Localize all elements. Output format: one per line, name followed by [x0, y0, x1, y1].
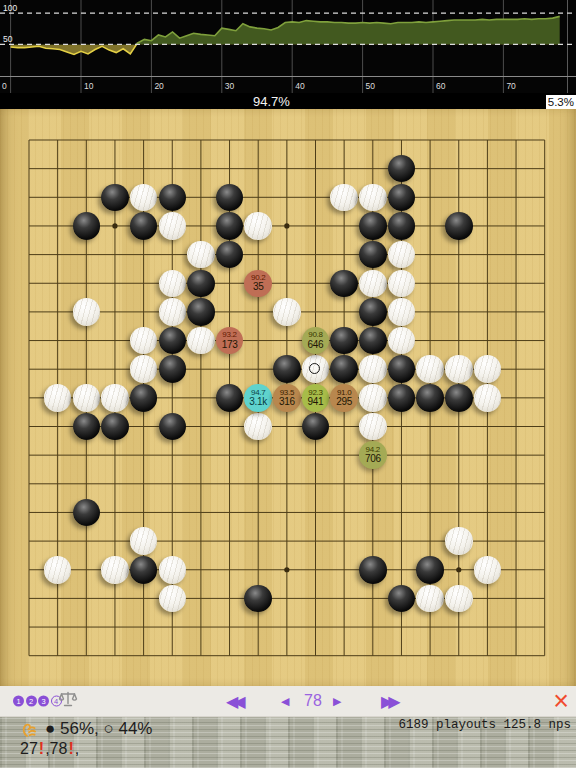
- black-stone: [388, 184, 416, 212]
- black-stone: [130, 384, 158, 412]
- white-stone: [273, 298, 301, 326]
- white-stone: [359, 355, 387, 383]
- white-stone: [359, 384, 387, 412]
- control-bar: 1234 ◀◀ ◀ 78 ▶ ▶▶ ×: [0, 686, 576, 717]
- white-stone: [101, 556, 129, 584]
- black-stone: [73, 212, 101, 240]
- black-stone: [159, 355, 187, 383]
- white-stone: [359, 184, 387, 212]
- prev-move-button[interactable]: ◀: [281, 695, 289, 708]
- white-stone: [73, 298, 101, 326]
- white-stone: [130, 355, 158, 383]
- variation-badge-2[interactable]: 2: [26, 696, 37, 707]
- go-board[interactable]: 90.23593.217390.864694.73.1k93.531692.39…: [0, 109, 576, 686]
- white-stone: [244, 212, 272, 240]
- black-stone: [359, 556, 387, 584]
- black-stone: [73, 413, 101, 441]
- white-stone: [302, 355, 330, 383]
- white-stone: [159, 212, 187, 240]
- black-stone: [330, 355, 358, 383]
- black-stone: [388, 585, 416, 613]
- white-stone: [474, 355, 502, 383]
- candidate-visits: 295: [336, 397, 352, 407]
- black-stone: [159, 327, 187, 355]
- black-stone: [416, 556, 444, 584]
- mistake-summary-row: 27!,78!,: [20, 740, 79, 758]
- black-stone: [445, 212, 473, 240]
- black-stone: [130, 212, 158, 240]
- candidate-move-bubble[interactable]: 90.235: [244, 270, 272, 298]
- white-stone: [474, 384, 502, 412]
- mistake-move-2: ,78: [45, 740, 67, 757]
- white-stone: [44, 384, 72, 412]
- white-stone: [187, 241, 215, 269]
- black-winrate-value: 94.7%: [253, 94, 290, 109]
- black-stone: [359, 212, 387, 240]
- svg-text:20: 20: [154, 81, 164, 91]
- white-stone: [445, 585, 473, 613]
- winrate-graph[interactable]: 10050010203040506070: [0, 0, 576, 93]
- candidate-visits: 941: [308, 397, 324, 407]
- black-stone: [330, 327, 358, 355]
- last-move-marker: [309, 363, 320, 374]
- white-stone: [388, 298, 416, 326]
- black-stone: [101, 184, 129, 212]
- candidate-visits: 706: [365, 454, 381, 464]
- mistake-move-1: 27: [20, 740, 38, 757]
- white-stone: [330, 184, 358, 212]
- white-stone: [159, 556, 187, 584]
- white-stone: [388, 270, 416, 298]
- svg-text:10: 10: [84, 81, 94, 91]
- black-stone: [159, 413, 187, 441]
- candidate-move-bubble[interactable]: 91.0295: [330, 384, 358, 412]
- fast-forward-button[interactable]: ▶▶: [381, 692, 401, 711]
- white-stone: [101, 384, 129, 412]
- candidate-move-bubble[interactable]: 94.73.1k: [244, 384, 272, 412]
- svg-text:100: 100: [3, 3, 17, 13]
- score-count-button[interactable]: [58, 691, 78, 712]
- hand-icon: [20, 719, 40, 739]
- variation-badge-1[interactable]: 1: [13, 696, 24, 707]
- white-stone: [187, 327, 215, 355]
- black-stone: [445, 384, 473, 412]
- next-move-button[interactable]: ▶: [333, 695, 341, 708]
- candidate-move-bubble[interactable]: 92.3941: [302, 384, 330, 412]
- variation-badges: 1234: [13, 696, 62, 707]
- black-stone: [359, 298, 387, 326]
- black-stone: [216, 384, 244, 412]
- black-stone: [216, 212, 244, 240]
- candidate-move-bubble[interactable]: 94.2706: [359, 441, 387, 469]
- balance-scale-icon: [58, 691, 78, 708]
- white-stone: [359, 413, 387, 441]
- white-stone: [474, 556, 502, 584]
- black-stone: [244, 585, 272, 613]
- svg-text:60: 60: [436, 81, 446, 91]
- rewind-button[interactable]: ◀◀: [226, 692, 246, 711]
- white-stone: [159, 270, 187, 298]
- go-analysis-app: 10050010203040506070 94.7% 5.3% 90.23593…: [0, 0, 576, 768]
- variation-badge-3[interactable]: 3: [38, 696, 49, 707]
- black-stone: [101, 413, 129, 441]
- black-stone: [330, 270, 358, 298]
- black-stone: [388, 212, 416, 240]
- white-winrate-value: 5.3%: [546, 95, 576, 109]
- black-stone: [73, 499, 101, 527]
- winrate-bar: 94.7% 5.3%: [0, 93, 576, 109]
- black-stone: [159, 184, 187, 212]
- white-stone: [130, 527, 158, 555]
- white-stone: [44, 556, 72, 584]
- white-stone: [159, 298, 187, 326]
- white-stone: [416, 585, 444, 613]
- white-stone: [445, 355, 473, 383]
- winrate-graph-svg: 10050010203040506070: [0, 0, 576, 93]
- black-stone: [273, 355, 301, 383]
- svg-text:30: 30: [225, 81, 235, 91]
- mistake-trailing-comma: ,: [75, 740, 79, 757]
- candidate-visits: 646: [308, 340, 324, 350]
- white-stone: [416, 355, 444, 383]
- black-stone: [187, 270, 215, 298]
- black-stone: [388, 384, 416, 412]
- move-number: 78: [299, 692, 327, 710]
- status-bar: ● 56%, ○ 44% 27!,78!, 6189 playouts 125.…: [0, 717, 576, 768]
- black-stone: [359, 327, 387, 355]
- svg-text:50: 50: [3, 34, 13, 44]
- black-stone: [130, 556, 158, 584]
- white-stone: [73, 384, 101, 412]
- svg-text:0: 0: [2, 81, 7, 91]
- white-stone: [159, 585, 187, 613]
- black-stone: [359, 241, 387, 269]
- white-stone: [359, 270, 387, 298]
- black-stone: [187, 298, 215, 326]
- close-button[interactable]: ×: [553, 691, 569, 711]
- black-stone: [416, 384, 444, 412]
- candidate-move-bubble[interactable]: 93.5316: [273, 384, 301, 412]
- svg-text:40: 40: [295, 81, 305, 91]
- playouts-info: 6189 playouts 125.8 nps: [398, 718, 571, 732]
- white-stone: [445, 527, 473, 555]
- candidate-visits: 173: [222, 340, 238, 350]
- winrate-summary-row: ● 56%, ○ 44%: [20, 719, 152, 739]
- candidate-visits: 3.1k: [249, 397, 267, 407]
- winrate-summary-text: ● 56%, ○ 44%: [45, 719, 152, 739]
- candidate-visits: 316: [279, 397, 295, 407]
- svg-text:50: 50: [366, 81, 376, 91]
- white-stone: [244, 413, 272, 441]
- mistake-mark-2: !: [67, 740, 74, 757]
- black-stone: [388, 355, 416, 383]
- svg-text:70: 70: [506, 81, 516, 91]
- candidate-visits: 35: [253, 282, 264, 292]
